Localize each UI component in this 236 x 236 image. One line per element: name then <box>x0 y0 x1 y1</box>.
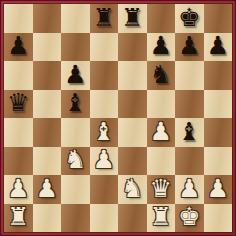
square-e6[interactable] <box>118 61 147 90</box>
square-h3[interactable] <box>204 147 233 176</box>
square-e3[interactable] <box>118 147 147 176</box>
square-f1[interactable]: ♜ <box>147 204 176 233</box>
square-d8[interactable]: ♜ <box>90 4 119 33</box>
piece-white-pawn-f4[interactable]: ♟ <box>150 119 172 144</box>
square-f5[interactable] <box>147 90 176 119</box>
piece-black-bishop-c5[interactable]: ♝ <box>64 90 86 115</box>
square-g3[interactable] <box>175 147 204 176</box>
square-b1[interactable] <box>33 204 62 233</box>
piece-white-pawn-a2[interactable]: ♟ <box>7 176 29 201</box>
square-e4[interactable] <box>118 118 147 147</box>
piece-black-pawn-h7[interactable]: ♟ <box>207 33 229 58</box>
square-h1[interactable] <box>204 204 233 233</box>
square-d4[interactable]: ♝ <box>90 118 119 147</box>
square-a4[interactable] <box>4 118 33 147</box>
board-frame: ♜♜♚♟♟♟♟♟♞♛♝♝♟♝♞♟♟♟♞♛♟♟♜♜♚ <box>0 0 236 236</box>
square-c4[interactable] <box>61 118 90 147</box>
piece-black-bishop-g4[interactable]: ♝ <box>178 119 200 144</box>
square-g4[interactable]: ♝ <box>175 118 204 147</box>
square-d3[interactable]: ♟ <box>90 147 119 176</box>
piece-black-pawn-a7[interactable]: ♟ <box>7 33 29 58</box>
square-h5[interactable] <box>204 90 233 119</box>
piece-white-bishop-d4[interactable]: ♝ <box>93 119 115 144</box>
square-e8[interactable]: ♜ <box>118 4 147 33</box>
square-h8[interactable] <box>204 4 233 33</box>
square-c1[interactable] <box>61 204 90 233</box>
square-d7[interactable] <box>90 33 119 62</box>
square-h6[interactable] <box>204 61 233 90</box>
square-g1[interactable]: ♚ <box>175 204 204 233</box>
piece-black-pawn-f7[interactable]: ♟ <box>150 33 172 58</box>
square-d5[interactable] <box>90 90 119 119</box>
square-f8[interactable] <box>147 4 176 33</box>
piece-white-pawn-d3[interactable]: ♟ <box>93 147 115 172</box>
piece-black-queen-a5[interactable]: ♛ <box>7 90 29 115</box>
square-a2[interactable]: ♟ <box>4 175 33 204</box>
piece-white-rook-a1[interactable]: ♜ <box>7 204 29 229</box>
square-f3[interactable] <box>147 147 176 176</box>
square-g6[interactable] <box>175 61 204 90</box>
square-g8[interactable]: ♚ <box>175 4 204 33</box>
square-c3[interactable]: ♞ <box>61 147 90 176</box>
piece-white-pawn-b2[interactable]: ♟ <box>36 176 58 201</box>
square-d1[interactable] <box>90 204 119 233</box>
square-e7[interactable] <box>118 33 147 62</box>
square-a5[interactable]: ♛ <box>4 90 33 119</box>
square-b7[interactable] <box>33 33 62 62</box>
square-b3[interactable] <box>33 147 62 176</box>
square-c6[interactable]: ♟ <box>61 61 90 90</box>
piece-white-king-g1[interactable]: ♚ <box>178 204 200 229</box>
square-f6[interactable]: ♞ <box>147 61 176 90</box>
square-e1[interactable] <box>118 204 147 233</box>
square-g2[interactable]: ♟ <box>175 175 204 204</box>
square-b2[interactable]: ♟ <box>33 175 62 204</box>
square-h2[interactable]: ♟ <box>204 175 233 204</box>
square-a1[interactable]: ♜ <box>4 204 33 233</box>
square-a3[interactable] <box>4 147 33 176</box>
square-d2[interactable] <box>90 175 119 204</box>
square-b8[interactable] <box>33 4 62 33</box>
piece-white-rook-f1[interactable]: ♜ <box>150 204 172 229</box>
piece-black-king-g8[interactable]: ♚ <box>178 5 200 30</box>
square-c8[interactable] <box>61 4 90 33</box>
square-f7[interactable]: ♟ <box>147 33 176 62</box>
square-f4[interactable]: ♟ <box>147 118 176 147</box>
piece-white-pawn-g2[interactable]: ♟ <box>178 176 200 201</box>
piece-white-queen-f2[interactable]: ♛ <box>150 176 172 201</box>
piece-black-rook-d8[interactable]: ♜ <box>93 5 115 30</box>
chess-board: ♜♜♚♟♟♟♟♟♞♛♝♝♟♝♞♟♟♟♞♛♟♟♜♜♚ <box>4 4 232 232</box>
piece-white-knight-e2[interactable]: ♞ <box>121 176 143 201</box>
square-h7[interactable]: ♟ <box>204 33 233 62</box>
square-e2[interactable]: ♞ <box>118 175 147 204</box>
square-a6[interactable] <box>4 61 33 90</box>
square-c5[interactable]: ♝ <box>61 90 90 119</box>
square-a8[interactable] <box>4 4 33 33</box>
square-g5[interactable] <box>175 90 204 119</box>
piece-black-pawn-c6[interactable]: ♟ <box>64 62 86 87</box>
square-d6[interactable] <box>90 61 119 90</box>
square-b6[interactable] <box>33 61 62 90</box>
piece-black-pawn-g7[interactable]: ♟ <box>178 33 200 58</box>
square-e5[interactable] <box>118 90 147 119</box>
piece-black-rook-e8[interactable]: ♜ <box>121 5 143 30</box>
square-h4[interactable] <box>204 118 233 147</box>
piece-white-pawn-h2[interactable]: ♟ <box>207 176 229 201</box>
piece-black-knight-f6[interactable]: ♞ <box>150 62 172 87</box>
square-b5[interactable] <box>33 90 62 119</box>
square-b4[interactable] <box>33 118 62 147</box>
square-g7[interactable]: ♟ <box>175 33 204 62</box>
piece-white-knight-c3[interactable]: ♞ <box>64 147 86 172</box>
square-a7[interactable]: ♟ <box>4 33 33 62</box>
square-c7[interactable] <box>61 33 90 62</box>
square-f2[interactable]: ♛ <box>147 175 176 204</box>
square-c2[interactable] <box>61 175 90 204</box>
